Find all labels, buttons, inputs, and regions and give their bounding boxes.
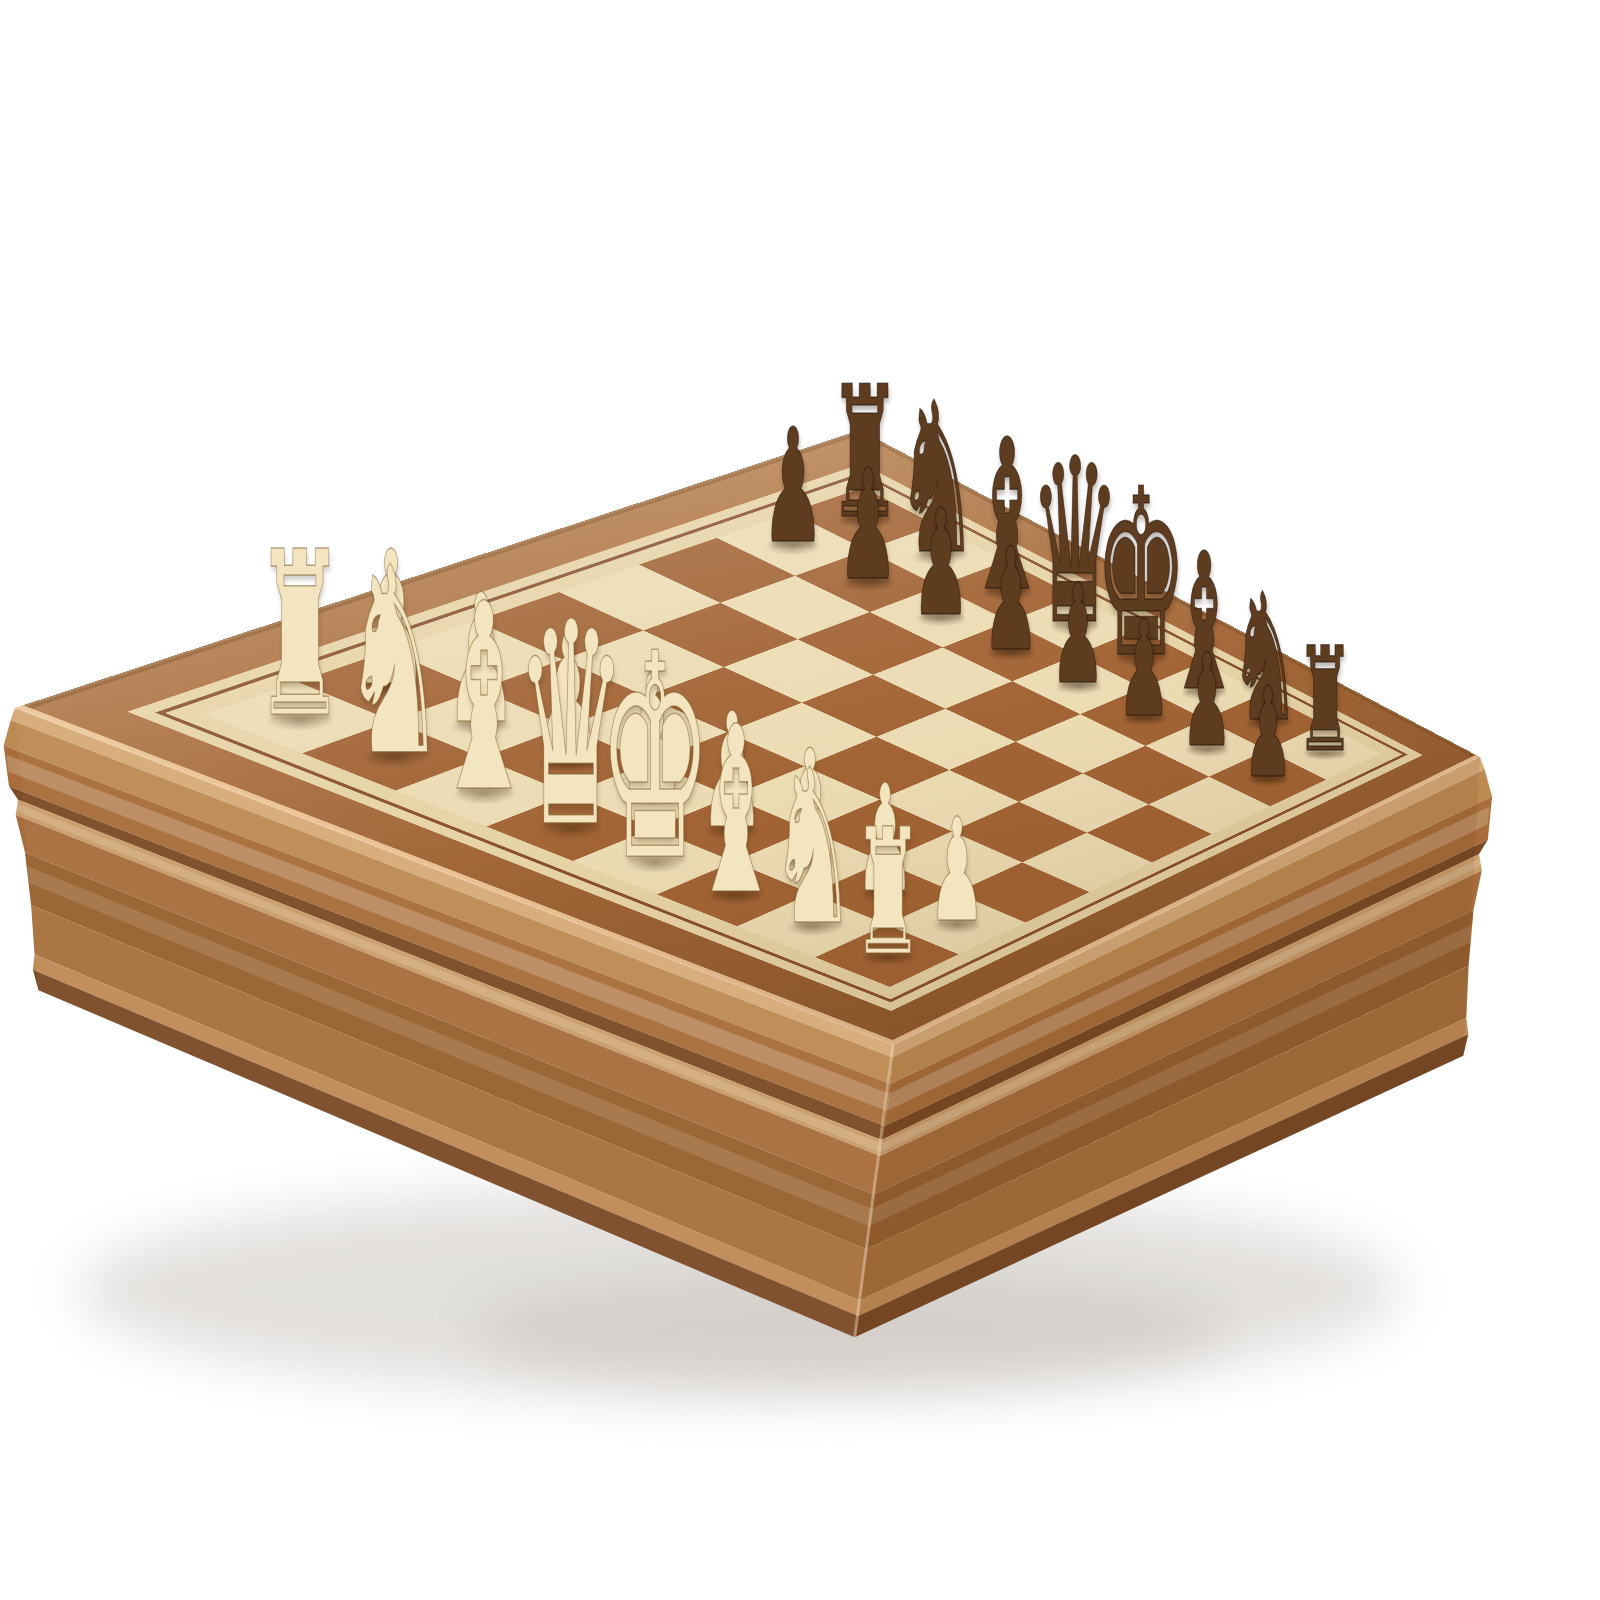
- piece-white-knight-b1[interactable]: ♞: [342, 533, 446, 791]
- piece-black-pawn-d7[interactable]: ♟: [982, 529, 1039, 671]
- piece-black-pawn-f7[interactable]: ♟: [1117, 602, 1171, 735]
- pieces-layer: ♜♞♝♛♚♝♞♜♟♟♟♟♟♟♟♟♟♟♟♟♟♟♟♟♜♞♝♛♚♝♞♜: [0, 0, 1600, 1600]
- piece-white-rook-h1[interactable]: ♜: [853, 805, 924, 980]
- product-photo-scene: ♜♞♝♛♚♝♞♜♟♟♟♟♟♟♟♟♟♟♟♟♟♟♟♟♜♞♝♛♚♝♞♜: [0, 0, 1600, 1600]
- piece-white-rook-a1[interactable]: ♜: [254, 522, 346, 750]
- piece-white-bishop-f1[interactable]: ♝: [689, 696, 782, 927]
- piece-black-pawn-h7[interactable]: ♟: [1243, 671, 1293, 795]
- piece-black-rook-h8[interactable]: ♜: [1296, 628, 1354, 772]
- piece-black-pawn-a7[interactable]: ♟: [761, 408, 825, 566]
- piece-black-pawn-b7[interactable]: ♟: [837, 450, 898, 602]
- piece-black-pawn-e7[interactable]: ♟: [1051, 566, 1106, 703]
- piece-black-pawn-g7[interactable]: ♟: [1181, 637, 1233, 766]
- piece-white-pawn-h2[interactable]: ♟: [928, 801, 986, 944]
- piece-white-knight-g1[interactable]: ♞: [770, 741, 856, 955]
- piece-black-pawn-c7[interactable]: ♟: [911, 490, 970, 637]
